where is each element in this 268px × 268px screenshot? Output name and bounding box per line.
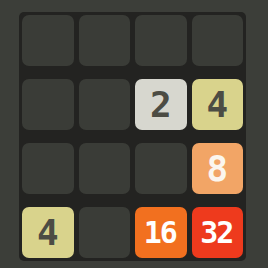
cell-r2c0 bbox=[22, 143, 74, 194]
tile-32-r3c3: 32 bbox=[192, 207, 244, 258]
cell-r0c1 bbox=[79, 15, 131, 66]
tile-8-r2c3: 8 bbox=[192, 143, 244, 194]
tile-4-r1c3: 4 bbox=[192, 79, 244, 130]
tile-4-r3c0: 4 bbox=[22, 207, 74, 258]
cell-r0c3 bbox=[192, 15, 244, 66]
cell-r1c0 bbox=[22, 79, 74, 130]
tile-2-r1c2: 2 bbox=[135, 79, 187, 130]
cell-r3c1 bbox=[79, 207, 131, 258]
game-board[interactable]: 24841632 bbox=[19, 12, 246, 261]
cell-r2c1 bbox=[79, 143, 131, 194]
tile-16-r3c2: 16 bbox=[135, 207, 187, 258]
cell-r0c0 bbox=[22, 15, 74, 66]
page-background: { "game": "2048", "board": { "rows": 4, … bbox=[0, 0, 268, 268]
cell-r2c2 bbox=[135, 143, 187, 194]
cell-r1c1 bbox=[79, 79, 131, 130]
cell-r0c2 bbox=[135, 15, 187, 66]
